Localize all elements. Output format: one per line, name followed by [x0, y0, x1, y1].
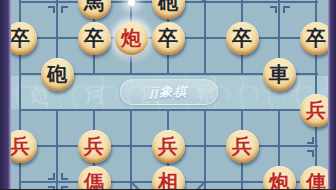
position-marker [61, 186, 68, 189]
grid-line-vertical [130, 109, 132, 189]
piece-red-soldier[interactable]: 兵 [152, 130, 185, 163]
river-logo-text: jj象棋 [150, 83, 187, 101]
grid-line-vertical [56, 109, 58, 189]
piece-black-soldier[interactable]: 卒 [78, 22, 111, 55]
grid-line-vertical [204, 109, 206, 189]
piece-black-soldier[interactable]: 卒 [226, 22, 259, 55]
board-frame-left [0, 0, 11, 189]
piece-black-cannon[interactable]: 砲 [41, 58, 74, 91]
piece-glyph: 馬 [84, 0, 104, 12]
piece-red-soldier[interactable]: 兵 [226, 130, 259, 163]
board-frame-right [328, 0, 336, 189]
piece-glyph: 兵 [10, 136, 30, 156]
piece-red-cannon[interactable]: 炮 [115, 22, 148, 55]
piece-glyph: 俥 [306, 172, 326, 189]
position-marker [48, 173, 55, 180]
position-marker [307, 137, 314, 144]
piece-red-elephant[interactable]: 相 [152, 166, 185, 190]
position-marker [48, 6, 55, 13]
last-move-marker [127, 0, 136, 7]
piece-black-horse[interactable]: 馬 [78, 0, 111, 19]
piece-glyph: 卒 [232, 28, 252, 48]
piece-glyph: 砲 [158, 0, 178, 12]
position-marker [270, 6, 277, 13]
piece-glyph: 炮 [269, 172, 289, 189]
piece-glyph: 卒 [84, 28, 104, 48]
piece-glyph: 車 [269, 64, 289, 84]
position-marker [61, 6, 68, 13]
piece-glyph: 卒 [306, 28, 326, 48]
piece-glyph: 卒 [10, 28, 30, 48]
piece-glyph: 兵 [232, 136, 252, 156]
position-marker [48, 186, 55, 189]
piece-glyph: 卒 [158, 28, 178, 48]
grid-line-horizontal [19, 109, 318, 111]
piece-glyph: 兵 [158, 136, 178, 156]
position-marker [307, 150, 314, 157]
piece-glyph: 兵 [84, 136, 104, 156]
piece-black-soldier[interactable]: 卒 [152, 22, 185, 55]
piece-black-chariot[interactable]: 車 [263, 58, 296, 91]
xiangqi-game-screen: 楚河漢界 jj象棋 馬砲卒卒炮卒卒卒砲車兵兵兵兵兵傌相炮俥 [0, 0, 336, 189]
piece-red-soldier[interactable]: 兵 [78, 130, 111, 163]
piece-glyph: 傌 [84, 172, 104, 189]
position-marker [61, 173, 68, 180]
piece-glyph: 相 [158, 172, 178, 189]
river-logo: jj象棋 [120, 79, 218, 105]
piece-glyph: 兵 [306, 100, 326, 120]
piece-red-horse[interactable]: 傌 [78, 166, 111, 190]
position-marker [283, 6, 290, 13]
piece-glyph: 炮 [121, 28, 141, 48]
piece-glyph: 砲 [47, 64, 67, 84]
piece-black-cannon[interactable]: 砲 [152, 0, 185, 19]
piece-red-cannon[interactable]: 炮 [263, 166, 296, 190]
